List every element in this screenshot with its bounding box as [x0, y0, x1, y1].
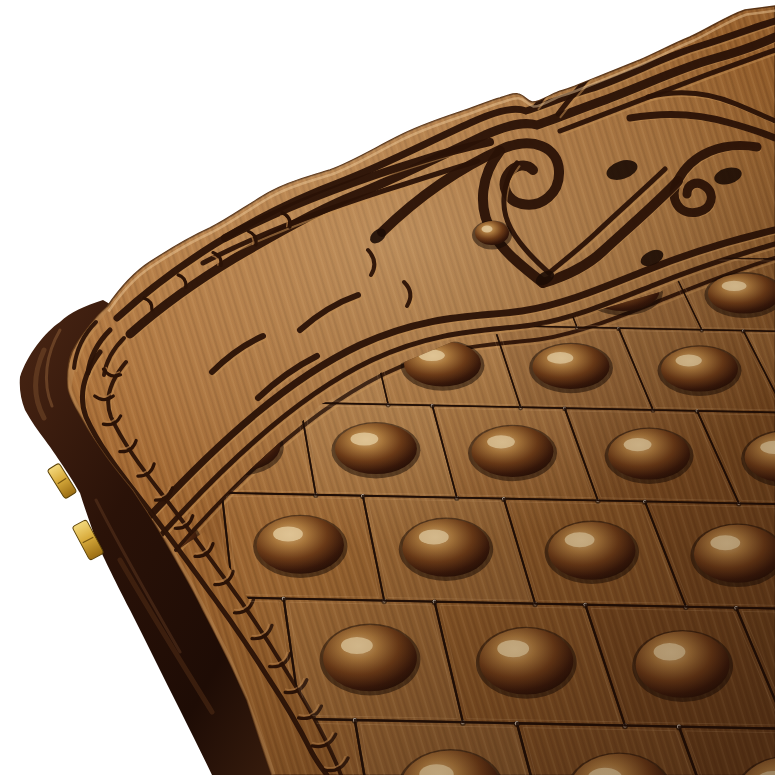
carved-board-scene: [0, 0, 775, 775]
board-photo: [0, 0, 775, 775]
